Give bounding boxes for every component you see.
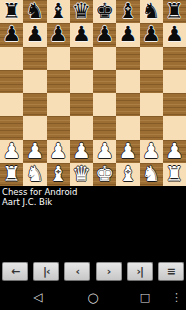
app-screen: ♜♞♝♛♚♝♞♜♟♟♟♟♟♟♟♟♟♟♟♟♟♟♟♟♜♞♝♛♚♝♞♜ Chess f… [0,0,186,310]
chess-board[interactable]: ♜♞♝♛♚♝♞♜♟♟♟♟♟♟♟♟♟♟♟♟♟♟♟♟♜♞♝♛♚♝♞♜ [0,0,186,186]
square-f8[interactable]: ♝ [116,0,139,23]
empty-area [0,207,186,262]
skip-to-end-button[interactable]: ›| [127,262,153,281]
black-pawn-piece: ♟ [23,23,46,46]
app-author: Aart J.C. Bik [2,197,184,207]
step-forward-button[interactable]: › [96,262,122,281]
square-f4[interactable] [116,93,139,116]
white-pawn-piece: ♟ [0,140,23,163]
square-d8[interactable]: ♛ [70,0,93,23]
square-d2[interactable]: ♟ [70,140,93,163]
white-bishop-piece: ♝ [47,163,70,186]
square-b5[interactable] [23,70,46,93]
white-rook-piece: ♜ [163,163,186,186]
square-d4[interactable] [70,93,93,116]
skip-to-start-button[interactable]: |‹ [33,262,59,281]
square-c6[interactable] [47,47,70,70]
square-a2[interactable]: ♟ [0,140,23,163]
white-pawn-piece: ♟ [140,140,163,163]
white-pawn-piece: ♟ [116,140,139,163]
square-h1[interactable]: ♜ [163,163,186,186]
square-h6[interactable] [163,47,186,70]
nav-home-icon[interactable]: ○ [86,285,100,310]
white-rook-piece: ♜ [0,163,23,186]
step-back-button[interactable]: ‹ [64,262,90,281]
white-bishop-piece: ♝ [116,163,139,186]
black-pawn-piece: ♟ [116,23,139,46]
nav-overflow-icon[interactable]: ⋮ [171,285,181,310]
black-pawn-piece: ♟ [47,23,70,46]
skip-start-icon: |‹ [43,263,50,280]
square-b6[interactable] [23,47,46,70]
black-knight-piece: ♞ [140,0,163,23]
square-b4[interactable] [23,93,46,116]
white-queen-piece: ♛ [70,163,93,186]
square-e2[interactable]: ♟ [93,140,116,163]
left-arrow-icon: ← [11,263,19,280]
square-b8[interactable]: ♞ [23,0,46,23]
square-e8[interactable]: ♚ [93,0,116,23]
black-pawn-piece: ♟ [93,23,116,46]
white-pawn-piece: ♟ [163,140,186,163]
square-g1[interactable]: ♞ [140,163,163,186]
square-a5[interactable] [0,70,23,93]
white-knight-piece: ♞ [140,163,163,186]
square-g3[interactable] [140,116,163,139]
black-queen-piece: ♛ [70,0,93,23]
black-pawn-piece: ♟ [140,23,163,46]
square-h2[interactable]: ♟ [163,140,186,163]
white-king-piece: ♚ [93,163,116,186]
square-d3[interactable] [70,116,93,139]
square-f1[interactable]: ♝ [116,163,139,186]
square-d6[interactable] [70,47,93,70]
square-e4[interactable] [93,93,116,116]
menu-icon: ≡ [167,263,175,280]
square-c4[interactable] [47,93,70,116]
square-f7[interactable]: ♟ [116,23,139,46]
square-a1[interactable]: ♜ [0,163,23,186]
android-navigation-bar: ◁ ○ □ ⋮ [0,285,186,310]
square-h3[interactable] [163,116,186,139]
square-c5[interactable] [47,70,70,93]
square-e7[interactable]: ♟ [93,23,116,46]
square-b7[interactable]: ♟ [23,23,46,46]
black-pawn-piece: ♟ [70,23,93,46]
undo-move-button[interactable]: ← [2,262,28,281]
square-b2[interactable]: ♟ [23,140,46,163]
black-rook-piece: ♜ [0,0,23,23]
square-g6[interactable] [140,47,163,70]
nav-back-icon[interactable]: ◁ [31,285,45,310]
square-e6[interactable] [93,47,116,70]
white-knight-piece: ♞ [23,163,46,186]
square-a3[interactable] [0,116,23,139]
chevron-left-icon: ‹ [76,263,80,280]
square-g2[interactable]: ♟ [140,140,163,163]
chevron-right-icon: › [107,263,111,280]
black-pawn-piece: ♟ [0,23,23,46]
square-c3[interactable] [47,116,70,139]
menu-button[interactable]: ≡ [158,262,184,281]
square-b3[interactable] [23,116,46,139]
nav-recents-icon[interactable]: □ [138,285,152,310]
square-f5[interactable] [116,70,139,93]
square-f6[interactable] [116,47,139,70]
square-g4[interactable] [140,93,163,116]
black-king-piece: ♚ [93,0,116,23]
square-g5[interactable] [140,70,163,93]
square-c2[interactable]: ♟ [47,140,70,163]
square-f2[interactable]: ♟ [116,140,139,163]
square-h7[interactable]: ♟ [163,23,186,46]
black-knight-piece: ♞ [23,0,46,23]
square-e5[interactable] [93,70,116,93]
white-pawn-piece: ♟ [70,140,93,163]
white-pawn-piece: ♟ [93,140,116,163]
square-h4[interactable] [163,93,186,116]
square-e3[interactable] [93,116,116,139]
skip-end-icon: ›| [136,263,143,280]
move-navigation-toolbar: ←|‹‹››|≡ [0,262,186,281]
square-d5[interactable] [70,70,93,93]
white-pawn-piece: ♟ [47,140,70,163]
square-g8[interactable]: ♞ [140,0,163,23]
square-c8[interactable]: ♝ [47,0,70,23]
square-c1[interactable]: ♝ [47,163,70,186]
square-f3[interactable] [116,116,139,139]
black-rook-piece: ♜ [163,0,186,23]
square-h8[interactable]: ♜ [163,0,186,23]
square-a4[interactable] [0,93,23,116]
black-bishop-piece: ♝ [116,0,139,23]
square-e1[interactable]: ♚ [93,163,116,186]
app-title: Chess for Android [2,187,184,197]
black-bishop-piece: ♝ [47,0,70,23]
info-panel: Chess for Android Aart J.C. Bik [0,186,186,207]
square-g7[interactable]: ♟ [140,23,163,46]
square-b1[interactable]: ♞ [23,163,46,186]
square-c7[interactable]: ♟ [47,23,70,46]
square-a6[interactable] [0,47,23,70]
square-d1[interactable]: ♛ [70,163,93,186]
square-d7[interactable]: ♟ [70,23,93,46]
black-pawn-piece: ♟ [163,23,186,46]
white-pawn-piece: ♟ [23,140,46,163]
square-a7[interactable]: ♟ [0,23,23,46]
square-h5[interactable] [163,70,186,93]
square-a8[interactable]: ♜ [0,0,23,23]
